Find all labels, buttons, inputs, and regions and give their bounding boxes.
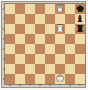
square-c5[interactable] [25,34,35,44]
square-b4[interactable] [15,44,25,54]
square-d3[interactable] [35,54,45,64]
square-b2[interactable] [15,64,25,74]
square-a5[interactable] [5,34,15,44]
square-f7[interactable] [55,14,65,24]
square-f8[interactable]: ♛ [55,4,65,14]
square-h3[interactable] [75,54,85,64]
square-g8[interactable] [65,4,75,14]
square-h8[interactable]: ♚ [75,4,85,14]
piece-white-queen-f8[interactable]: ♛ [56,4,65,14]
square-f6[interactable]: ♜ [55,24,65,34]
square-g3[interactable] [65,54,75,64]
square-a8[interactable] [5,4,15,14]
square-b8[interactable] [15,4,25,14]
screenshot-root: 87654321 ♛♚♝♜♜♚ abcdefgh [0,0,88,90]
file-label-c: c [25,83,35,87]
square-c4[interactable] [25,44,35,54]
square-f2[interactable] [55,64,65,74]
chess-board[interactable]: ♛♚♝♜♜♚ [5,4,85,84]
square-g5[interactable] [65,34,75,44]
square-e6[interactable] [45,24,55,34]
file-labels: abcdefgh [5,83,85,87]
square-g4[interactable] [65,44,75,54]
piece-white-rook-f6[interactable]: ♜ [56,24,65,34]
square-a7[interactable] [5,14,15,24]
file-label-e: e [45,83,55,87]
square-d5[interactable] [35,34,45,44]
square-f3[interactable] [55,54,65,64]
square-g2[interactable] [65,64,75,74]
square-h5[interactable] [75,34,85,44]
piece-black-rook-h6[interactable]: ♜ [76,24,85,34]
square-e7[interactable] [45,14,55,24]
square-a3[interactable] [5,54,15,64]
square-d7[interactable] [35,14,45,24]
square-g7[interactable] [65,14,75,24]
square-h2[interactable] [75,64,85,74]
file-label-f: f [55,83,65,87]
square-h4[interactable] [75,44,85,54]
square-e5[interactable] [45,34,55,44]
square-e8[interactable] [45,4,55,14]
square-b6[interactable] [15,24,25,34]
square-c8[interactable] [25,4,35,14]
square-f4[interactable] [55,44,65,54]
square-d6[interactable] [35,24,45,34]
file-label-a: a [5,83,15,87]
square-f5[interactable] [55,34,65,44]
square-e2[interactable] [45,64,55,74]
file-label-b: b [15,83,25,87]
chess-board-frame: 87654321 ♛♚♝♜♜♚ abcdefgh [1,1,86,88]
square-d8[interactable] [35,4,45,14]
square-c3[interactable] [25,54,35,64]
square-b3[interactable] [15,54,25,64]
square-a4[interactable] [5,44,15,54]
piece-black-bishop-h7[interactable]: ♝ [76,14,85,24]
square-h7[interactable]: ♝ [75,14,85,24]
square-g6[interactable] [65,24,75,34]
square-d2[interactable] [35,64,45,74]
square-a2[interactable] [5,64,15,74]
square-a6[interactable] [5,24,15,34]
square-c7[interactable] [25,14,35,24]
square-b7[interactable] [15,14,25,24]
file-label-d: d [35,83,45,87]
square-e3[interactable] [45,54,55,64]
piece-black-king-h8[interactable]: ♚ [76,4,85,14]
square-b5[interactable] [15,34,25,44]
square-d4[interactable] [35,44,45,54]
file-label-h: h [75,83,85,87]
square-e4[interactable] [45,44,55,54]
square-c6[interactable] [25,24,35,34]
file-label-g: g [65,83,75,87]
square-c2[interactable] [25,64,35,74]
square-h6[interactable]: ♜ [75,24,85,34]
